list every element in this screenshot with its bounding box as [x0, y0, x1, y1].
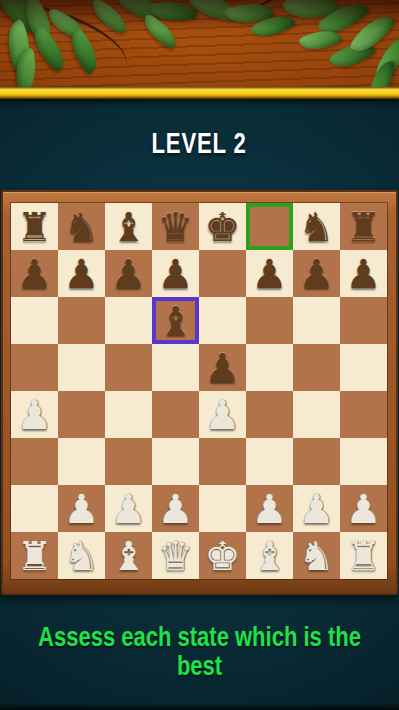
level-title-text: LEVEL 2 [152, 126, 247, 161]
piece-black-queen[interactable]: ♛ [152, 203, 199, 250]
square-c3[interactable] [105, 438, 152, 485]
square-d8[interactable]: ♛ [152, 203, 199, 250]
square-c7[interactable]: ♟ [105, 250, 152, 297]
banner-shadow [0, 0, 399, 30]
square-a1[interactable]: ♜ [11, 532, 58, 579]
square-e5[interactable]: ♟ [199, 344, 246, 391]
piece-white-bishop[interactable]: ♝ [105, 532, 152, 579]
piece-black-pawn[interactable]: ♟ [340, 250, 387, 297]
piece-black-bishop[interactable]: ♝ [105, 203, 152, 250]
piece-white-rook[interactable]: ♜ [11, 532, 58, 579]
square-h6[interactable] [340, 297, 387, 344]
square-e6[interactable] [199, 297, 246, 344]
piece-black-knight[interactable]: ♞ [293, 203, 340, 250]
square-b7[interactable]: ♟ [58, 250, 105, 297]
piece-black-pawn[interactable]: ♟ [58, 250, 105, 297]
piece-white-knight[interactable]: ♞ [58, 532, 105, 579]
square-c8[interactable]: ♝ [105, 203, 152, 250]
piece-black-king[interactable]: ♚ [199, 203, 246, 250]
chess-board-frame: ♜♞♝♛♚♞♜♟♟♟♟♟♟♟♝♟♟♟♟♟♟♟♟♟♜♞♝♛♚♝♞♜ [1, 190, 398, 595]
square-f2[interactable]: ♟ [246, 485, 293, 532]
square-h3[interactable] [340, 438, 387, 485]
square-a2[interactable] [11, 485, 58, 532]
square-h8[interactable]: ♜ [340, 203, 387, 250]
piece-white-rook[interactable]: ♜ [340, 532, 387, 579]
square-f7[interactable]: ♟ [246, 250, 293, 297]
square-d2[interactable]: ♟ [152, 485, 199, 532]
square-d3[interactable] [152, 438, 199, 485]
square-e4[interactable]: ♟ [199, 391, 246, 438]
square-f6[interactable] [246, 297, 293, 344]
chess-board-grid: ♜♞♝♛♚♞♜♟♟♟♟♟♟♟♝♟♟♟♟♟♟♟♟♟♜♞♝♛♚♝♞♜ [11, 203, 387, 579]
square-e7[interactable] [199, 250, 246, 297]
piece-black-rook[interactable]: ♜ [11, 203, 58, 250]
square-h1[interactable]: ♜ [340, 532, 387, 579]
square-h4[interactable] [340, 391, 387, 438]
piece-white-bishop[interactable]: ♝ [246, 532, 293, 579]
square-g7[interactable]: ♟ [293, 250, 340, 297]
square-d4[interactable] [152, 391, 199, 438]
square-f8[interactable] [246, 203, 293, 250]
square-h7[interactable]: ♟ [340, 250, 387, 297]
square-b3[interactable] [58, 438, 105, 485]
square-c2[interactable]: ♟ [105, 485, 152, 532]
top-banner [0, 0, 399, 88]
piece-white-pawn[interactable]: ♟ [340, 485, 387, 532]
instruction-line-2: best [24, 650, 375, 681]
piece-white-pawn[interactable]: ♟ [152, 485, 199, 532]
square-a3[interactable] [11, 438, 58, 485]
square-g1[interactable]: ♞ [293, 532, 340, 579]
square-g2[interactable]: ♟ [293, 485, 340, 532]
piece-black-pawn[interactable]: ♟ [152, 250, 199, 297]
square-g6[interactable] [293, 297, 340, 344]
piece-black-pawn[interactable]: ♟ [105, 250, 152, 297]
square-g3[interactable] [293, 438, 340, 485]
square-b4[interactable] [58, 391, 105, 438]
piece-black-pawn[interactable]: ♟ [246, 250, 293, 297]
square-f3[interactable] [246, 438, 293, 485]
instruction-text: Assess each state which is the best [0, 622, 399, 680]
square-c4[interactable] [105, 391, 152, 438]
square-d5[interactable] [152, 344, 199, 391]
bottom-vignette [0, 703, 399, 710]
square-g4[interactable] [293, 391, 340, 438]
square-d7[interactable]: ♟ [152, 250, 199, 297]
square-a5[interactable] [11, 344, 58, 391]
instruction-line-1: Assess each state which is the [24, 621, 375, 652]
piece-white-knight[interactable]: ♞ [293, 532, 340, 579]
level-title: LEVEL 2 [0, 128, 399, 159]
piece-black-rook[interactable]: ♜ [340, 203, 387, 250]
square-d1[interactable]: ♛ [152, 532, 199, 579]
piece-white-pawn[interactable]: ♟ [199, 391, 246, 438]
square-a4[interactable]: ♟ [11, 391, 58, 438]
square-f5[interactable] [246, 344, 293, 391]
piece-black-bishop[interactable]: ♝ [152, 297, 199, 344]
square-b2[interactable]: ♟ [58, 485, 105, 532]
piece-black-pawn[interactable]: ♟ [293, 250, 340, 297]
square-d6[interactable]: ♝ [152, 297, 199, 344]
square-g5[interactable] [293, 344, 340, 391]
piece-white-pawn[interactable]: ♟ [293, 485, 340, 532]
square-b8[interactable]: ♞ [58, 203, 105, 250]
square-f4[interactable] [246, 391, 293, 438]
square-h2[interactable]: ♟ [340, 485, 387, 532]
square-e1[interactable]: ♚ [199, 532, 246, 579]
piece-white-king[interactable]: ♚ [199, 532, 246, 579]
square-f1[interactable]: ♝ [246, 532, 293, 579]
piece-white-pawn[interactable]: ♟ [105, 485, 152, 532]
square-c1[interactable]: ♝ [105, 532, 152, 579]
piece-black-pawn[interactable]: ♟ [199, 344, 246, 391]
square-a8[interactable]: ♜ [11, 203, 58, 250]
piece-black-knight[interactable]: ♞ [58, 203, 105, 250]
gold-divider-bar [0, 87, 399, 99]
piece-white-queen[interactable]: ♛ [152, 532, 199, 579]
piece-white-pawn[interactable]: ♟ [58, 485, 105, 532]
square-e2[interactable] [199, 485, 246, 532]
square-g8[interactable]: ♞ [293, 203, 340, 250]
square-a6[interactable] [11, 297, 58, 344]
square-a7[interactable]: ♟ [11, 250, 58, 297]
square-h5[interactable] [340, 344, 387, 391]
piece-black-pawn[interactable]: ♟ [11, 250, 58, 297]
square-e3[interactable] [199, 438, 246, 485]
square-c6[interactable] [105, 297, 152, 344]
app-screen: LEVEL 2 ♜♞♝♛♚♞♜♟♟♟♟♟♟♟♝♟♟♟♟♟♟♟♟♟♜♞♝♛♚♝♞♜… [0, 0, 399, 710]
piece-white-pawn[interactable]: ♟ [246, 485, 293, 532]
square-c5[interactable] [105, 344, 152, 391]
piece-white-pawn[interactable]: ♟ [11, 391, 58, 438]
square-e8[interactable]: ♚ [199, 203, 246, 250]
square-b6[interactable] [58, 297, 105, 344]
square-b5[interactable] [58, 344, 105, 391]
square-b1[interactable]: ♞ [58, 532, 105, 579]
